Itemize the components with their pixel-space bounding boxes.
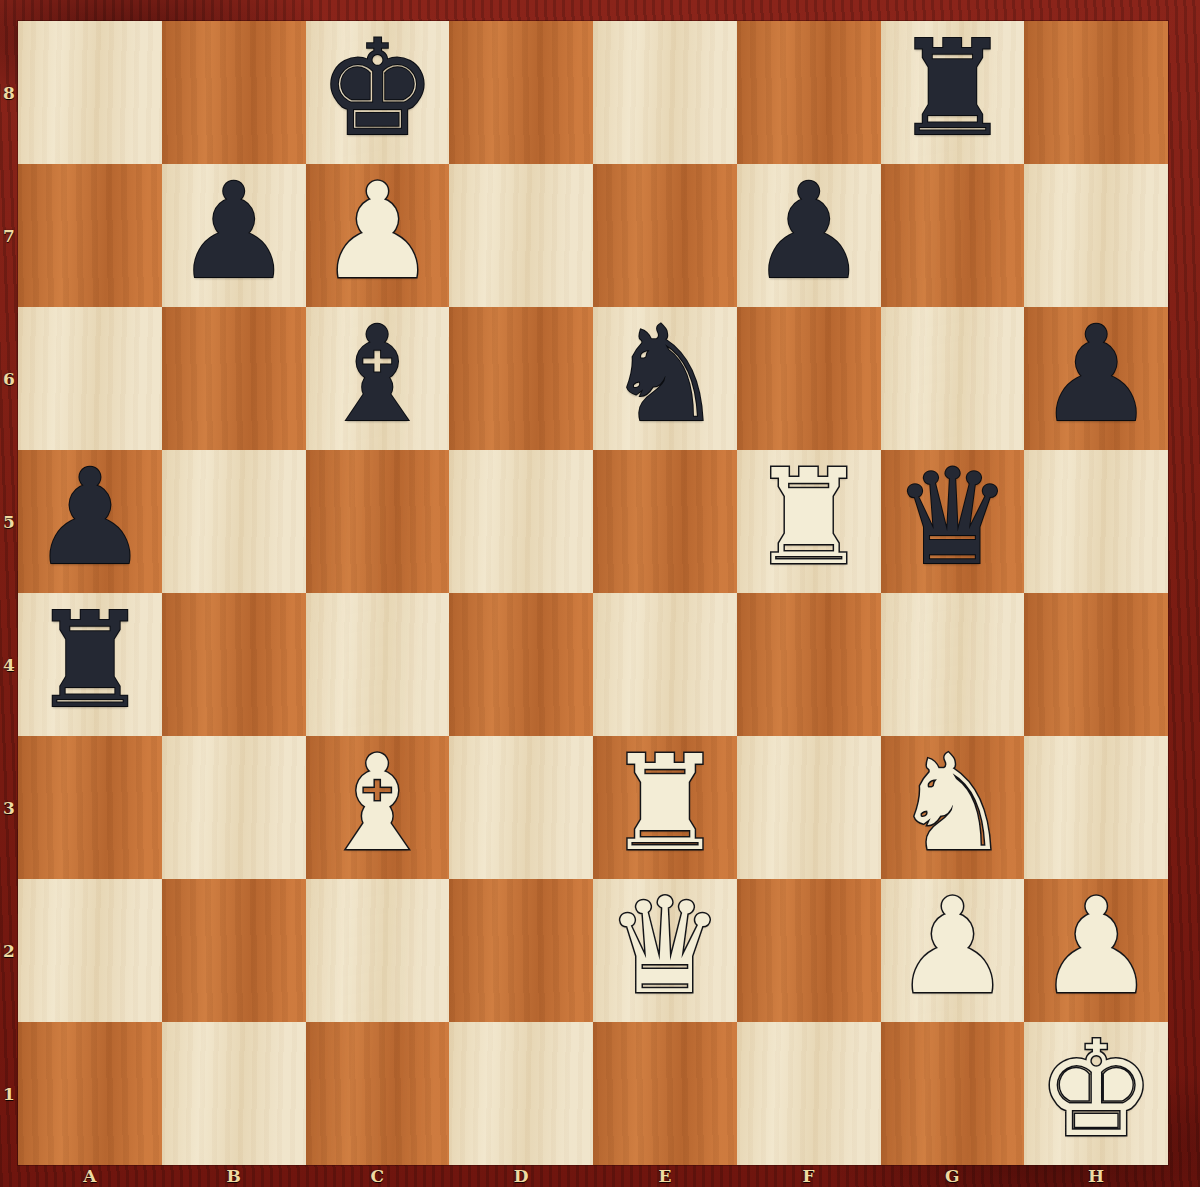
file-label-c: C [306, 1165, 450, 1187]
square-d3[interactable] [449, 736, 593, 879]
black-bishop[interactable]: ♝ [318, 307, 436, 446]
square-e2[interactable]: ♛ [593, 879, 737, 1022]
square-b3[interactable] [162, 736, 306, 879]
square-a3[interactable] [18, 736, 162, 879]
square-g1[interactable] [881, 1022, 1025, 1165]
square-g8[interactable]: ♜ [881, 21, 1025, 164]
rank-label-6: 6 [0, 307, 18, 450]
square-e5[interactable] [593, 450, 737, 593]
square-c7[interactable]: ♟ [306, 164, 450, 307]
rank-label-8: 8 [0, 21, 18, 164]
square-a1[interactable] [18, 1022, 162, 1165]
square-h3[interactable] [1024, 736, 1168, 879]
black-pawn[interactable]: ♟ [31, 450, 149, 589]
square-c5[interactable] [306, 450, 450, 593]
square-g6[interactable] [881, 307, 1025, 450]
square-a7[interactable] [18, 164, 162, 307]
square-e6[interactable]: ♞ [593, 307, 737, 450]
chess-board: ♚♜♟♟♟♝♞♟♟♜♛♜♝♜♞♛♟♟♚ [18, 21, 1168, 1165]
rank-label-4: 4 [0, 593, 18, 736]
square-h7[interactable] [1024, 164, 1168, 307]
black-pawn[interactable]: ♟ [1037, 307, 1155, 446]
square-g7[interactable] [881, 164, 1025, 307]
square-e1[interactable] [593, 1022, 737, 1165]
chess-diagram: ♚♜♟♟♟♝♞♟♟♜♛♜♝♜♞♛♟♟♚ 87654321 ABCDEFGH [0, 0, 1200, 1187]
rank-label-1: 1 [0, 1022, 18, 1165]
square-d4[interactable] [449, 593, 593, 736]
rank-label-7: 7 [0, 164, 18, 307]
square-b5[interactable] [162, 450, 306, 593]
square-b2[interactable] [162, 879, 306, 1022]
square-a8[interactable] [18, 21, 162, 164]
square-b1[interactable] [162, 1022, 306, 1165]
white-knight[interactable]: ♞ [893, 736, 1011, 875]
square-g3[interactable]: ♞ [881, 736, 1025, 879]
square-f2[interactable] [737, 879, 881, 1022]
square-b7[interactable]: ♟ [162, 164, 306, 307]
square-f6[interactable] [737, 307, 881, 450]
file-label-b: B [162, 1165, 306, 1187]
white-bishop[interactable]: ♝ [318, 736, 436, 875]
square-f7[interactable]: ♟ [737, 164, 881, 307]
square-c4[interactable] [306, 593, 450, 736]
square-d1[interactable] [449, 1022, 593, 1165]
square-f5[interactable]: ♜ [737, 450, 881, 593]
square-f3[interactable] [737, 736, 881, 879]
file-label-f: F [737, 1165, 881, 1187]
white-king[interactable]: ♚ [1037, 1022, 1155, 1161]
square-c2[interactable] [306, 879, 450, 1022]
square-e8[interactable] [593, 21, 737, 164]
square-e4[interactable] [593, 593, 737, 736]
white-pawn[interactable]: ♟ [893, 879, 1011, 1018]
rank-label-2: 2 [0, 879, 18, 1022]
file-label-a: A [18, 1165, 162, 1187]
file-label-d: D [449, 1165, 593, 1187]
square-c8[interactable]: ♚ [306, 21, 450, 164]
square-e3[interactable]: ♜ [593, 736, 737, 879]
square-d2[interactable] [449, 879, 593, 1022]
rank-label-5: 5 [0, 450, 18, 593]
white-rook[interactable]: ♜ [606, 736, 724, 875]
black-knight[interactable]: ♞ [606, 307, 724, 446]
square-h2[interactable]: ♟ [1024, 879, 1168, 1022]
square-a2[interactable] [18, 879, 162, 1022]
square-e7[interactable] [593, 164, 737, 307]
white-pawn[interactable]: ♟ [1037, 879, 1155, 1018]
square-d8[interactable] [449, 21, 593, 164]
black-pawn[interactable]: ♟ [174, 164, 292, 303]
square-a4[interactable]: ♜ [18, 593, 162, 736]
white-pawn[interactable]: ♟ [318, 164, 436, 303]
black-rook[interactable]: ♜ [31, 593, 149, 732]
square-h1[interactable]: ♚ [1024, 1022, 1168, 1165]
file-label-g: G [881, 1165, 1025, 1187]
white-rook[interactable]: ♜ [749, 450, 867, 589]
square-b6[interactable] [162, 307, 306, 450]
square-f8[interactable] [737, 21, 881, 164]
square-c1[interactable] [306, 1022, 450, 1165]
square-g2[interactable]: ♟ [881, 879, 1025, 1022]
square-h5[interactable] [1024, 450, 1168, 593]
file-label-e: E [593, 1165, 737, 1187]
square-f4[interactable] [737, 593, 881, 736]
square-h8[interactable] [1024, 21, 1168, 164]
black-queen[interactable]: ♛ [893, 450, 1011, 589]
square-b8[interactable] [162, 21, 306, 164]
square-a6[interactable] [18, 307, 162, 450]
rank-label-3: 3 [0, 736, 18, 879]
square-h6[interactable]: ♟ [1024, 307, 1168, 450]
square-c3[interactable]: ♝ [306, 736, 450, 879]
square-g5[interactable]: ♛ [881, 450, 1025, 593]
square-d6[interactable] [449, 307, 593, 450]
black-king[interactable]: ♚ [318, 21, 436, 160]
file-label-h: H [1024, 1165, 1168, 1187]
square-d7[interactable] [449, 164, 593, 307]
black-rook[interactable]: ♜ [893, 21, 1011, 160]
square-h4[interactable] [1024, 593, 1168, 736]
square-b4[interactable] [162, 593, 306, 736]
rank-labels: 87654321 [0, 21, 18, 1165]
black-pawn[interactable]: ♟ [749, 164, 867, 303]
square-f1[interactable] [737, 1022, 881, 1165]
white-queen[interactable]: ♛ [606, 879, 724, 1018]
file-labels: ABCDEFGH [18, 1165, 1168, 1187]
square-c6[interactable]: ♝ [306, 307, 450, 450]
square-d5[interactable] [449, 450, 593, 593]
square-a5[interactable]: ♟ [18, 450, 162, 593]
square-g4[interactable] [881, 593, 1025, 736]
